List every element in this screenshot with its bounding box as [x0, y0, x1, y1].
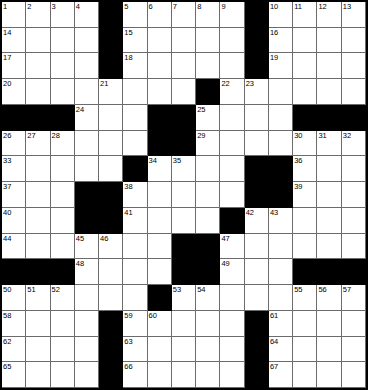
clue-number-36: 36	[294, 156, 302, 165]
cell-r8c2[interactable]	[26, 182, 50, 208]
cell-r9c2[interactable]	[26, 208, 50, 234]
clue-number-44: 44	[3, 234, 11, 243]
cell-r12c5[interactable]	[99, 285, 123, 311]
cell-r2c13[interactable]	[293, 28, 317, 54]
clue-number-56: 56	[318, 285, 326, 294]
cell-r15c15[interactable]	[342, 362, 366, 388]
cell-r2c6[interactable]: 15	[123, 28, 147, 54]
cell-r7c7[interactable]: 34	[148, 156, 172, 182]
cell-r9c1[interactable]: 40	[2, 208, 26, 234]
cell-r12c6[interactable]	[123, 285, 147, 311]
cell-r1c13[interactable]: 11	[293, 2, 317, 28]
cell-r6c4[interactable]	[75, 131, 99, 157]
clue-number-13: 13	[343, 2, 351, 11]
black-cell-r11c1	[2, 259, 26, 285]
cell-r15c13[interactable]	[293, 362, 317, 388]
clue-number-65: 65	[3, 362, 11, 371]
cell-r1c7[interactable]: 6	[148, 2, 172, 28]
clue-number-11: 11	[294, 2, 302, 11]
crossword-grid: 1234567891011121314151617181920212223242…	[0, 0, 368, 390]
black-cell-r10c9	[196, 234, 220, 260]
black-cell-r14c11	[245, 337, 269, 363]
clue-number-20: 20	[3, 79, 11, 88]
clue-number-19: 19	[270, 53, 278, 62]
cell-r11c4[interactable]: 48	[75, 259, 99, 285]
black-cell-r11c15	[342, 259, 366, 285]
cell-r4c7[interactable]	[148, 79, 172, 105]
cell-r5c5[interactable]	[99, 105, 123, 131]
cell-r4c15[interactable]	[342, 79, 366, 105]
cell-r1c12[interactable]: 10	[269, 2, 293, 28]
clue-number-47: 47	[221, 234, 229, 243]
clue-number-43: 43	[270, 208, 278, 217]
clue-number-46: 46	[100, 234, 108, 243]
cell-r3c8[interactable]	[172, 53, 196, 79]
cell-r4c5[interactable]: 21	[99, 79, 123, 105]
cell-r10c6[interactable]	[123, 234, 147, 260]
cell-r14c6[interactable]: 63	[123, 337, 147, 363]
clue-number-58: 58	[3, 311, 11, 320]
black-cell-r11c14	[317, 259, 341, 285]
black-cell-r15c5	[99, 362, 123, 388]
clue-number-55: 55	[294, 285, 302, 294]
cell-r1c6[interactable]: 5	[123, 2, 147, 28]
cell-r3c14[interactable]	[317, 53, 341, 79]
cell-r9c15[interactable]	[342, 208, 366, 234]
cell-r13c6[interactable]: 59	[123, 311, 147, 337]
cell-r11c10[interactable]: 49	[220, 259, 244, 285]
cell-r12c14[interactable]: 56	[317, 285, 341, 311]
cell-r3c12[interactable]: 19	[269, 53, 293, 79]
black-cell-r7c11	[245, 156, 269, 182]
crossword-puzzle: 1234567891011121314151617181920212223242…	[0, 0, 368, 390]
cell-r10c1[interactable]: 44	[2, 234, 26, 260]
cell-r10c5[interactable]: 46	[99, 234, 123, 260]
cell-r4c6[interactable]	[123, 79, 147, 105]
cell-r12c12[interactable]	[269, 285, 293, 311]
cell-r4c11[interactable]: 23	[245, 79, 269, 105]
cell-r12c1[interactable]: 50	[2, 285, 26, 311]
cell-r5c9[interactable]: 25	[196, 105, 220, 131]
clue-number-5: 5	[124, 2, 128, 11]
cell-r7c13[interactable]: 36	[293, 156, 317, 182]
cell-r15c3[interactable]	[51, 362, 75, 388]
clue-number-62: 62	[3, 337, 11, 346]
cell-r12c11[interactable]	[245, 285, 269, 311]
cell-r1c8[interactable]: 7	[172, 2, 196, 28]
cell-r8c15[interactable]	[342, 182, 366, 208]
cell-r5c4[interactable]: 24	[75, 105, 99, 131]
clue-number-34: 34	[149, 156, 157, 165]
cell-r14c12[interactable]: 64	[269, 337, 293, 363]
black-cell-r9c5	[99, 208, 123, 234]
clue-number-7: 7	[173, 2, 177, 11]
cell-r11c11[interactable]	[245, 259, 269, 285]
clue-number-18: 18	[124, 53, 132, 62]
cell-r3c7[interactable]	[148, 53, 172, 79]
black-cell-r3c11	[245, 53, 269, 79]
clue-number-51: 51	[27, 285, 35, 294]
clue-number-64: 64	[270, 337, 278, 346]
cell-r8c6[interactable]: 38	[123, 182, 147, 208]
black-cell-r2c5	[99, 28, 123, 54]
cell-r7c3[interactable]	[51, 156, 75, 182]
black-cell-r7c6	[123, 156, 147, 182]
cell-r10c2[interactable]	[26, 234, 50, 260]
black-cell-r8c5	[99, 182, 123, 208]
cell-r8c8[interactable]	[172, 182, 196, 208]
cell-r14c10[interactable]	[220, 337, 244, 363]
clue-number-30: 30	[294, 131, 302, 140]
black-cell-r5c14	[317, 105, 341, 131]
cell-r12c10[interactable]	[220, 285, 244, 311]
clue-number-53: 53	[173, 285, 181, 294]
clue-number-29: 29	[197, 131, 205, 140]
clue-number-3: 3	[52, 2, 56, 11]
black-cell-r9c4	[75, 208, 99, 234]
black-cell-r5c13	[293, 105, 317, 131]
cell-r13c15[interactable]	[342, 311, 366, 337]
cell-r14c15[interactable]	[342, 337, 366, 363]
cell-r15c1[interactable]: 65	[2, 362, 26, 388]
cell-r13c1[interactable]: 58	[2, 311, 26, 337]
cell-r10c12[interactable]	[269, 234, 293, 260]
cell-r8c7[interactable]	[148, 182, 172, 208]
clue-number-39: 39	[294, 182, 302, 191]
cell-r10c7[interactable]	[148, 234, 172, 260]
cell-r9c11[interactable]: 42	[245, 208, 269, 234]
black-cell-r11c2	[26, 259, 50, 285]
black-cell-r6c7	[148, 131, 172, 157]
clue-number-28: 28	[52, 131, 60, 140]
cell-r12c13[interactable]: 55	[293, 285, 317, 311]
clue-number-42: 42	[246, 208, 254, 217]
black-cell-r7c12	[269, 156, 293, 182]
cell-r1c10[interactable]: 9	[220, 2, 244, 28]
cell-r7c14[interactable]	[317, 156, 341, 182]
cell-r15c4[interactable]	[75, 362, 99, 388]
cell-r4c12[interactable]	[269, 79, 293, 105]
cell-r12c4[interactable]	[75, 285, 99, 311]
clue-number-10: 10	[270, 2, 278, 11]
clue-number-61: 61	[270, 311, 278, 320]
cell-r13c9[interactable]	[196, 311, 220, 337]
cell-r15c8[interactable]	[172, 362, 196, 388]
clue-number-37: 37	[3, 182, 11, 191]
cell-r12c9[interactable]: 54	[196, 285, 220, 311]
clue-number-63: 63	[124, 337, 132, 346]
cell-r8c13[interactable]: 39	[293, 182, 317, 208]
black-cell-r13c11	[245, 311, 269, 337]
cell-r6c11[interactable]	[245, 131, 269, 157]
black-cell-r3c5	[99, 53, 123, 79]
clue-number-31: 31	[318, 131, 326, 140]
cell-r10c15[interactable]	[342, 234, 366, 260]
clue-number-57: 57	[343, 285, 351, 294]
clue-number-48: 48	[76, 259, 84, 268]
clue-number-33: 33	[3, 156, 11, 165]
cell-r9c6[interactable]: 41	[123, 208, 147, 234]
cell-r2c8[interactable]	[172, 28, 196, 54]
clue-number-59: 59	[124, 311, 132, 320]
clue-number-52: 52	[52, 285, 60, 294]
clue-number-21: 21	[100, 79, 108, 88]
clue-number-40: 40	[3, 208, 11, 217]
cell-r3c13[interactable]	[293, 53, 317, 79]
cell-r7c8[interactable]: 35	[172, 156, 196, 182]
clue-number-60: 60	[149, 311, 157, 320]
cell-r13c12[interactable]: 61	[269, 311, 293, 337]
cell-r12c15[interactable]: 57	[342, 285, 366, 311]
clue-number-41: 41	[124, 208, 132, 217]
cell-r14c3[interactable]	[51, 337, 75, 363]
cell-r2c9[interactable]	[196, 28, 220, 54]
cell-r1c9[interactable]: 8	[196, 2, 220, 28]
cell-r10c14[interactable]	[317, 234, 341, 260]
black-cell-r10c8	[172, 234, 196, 260]
cell-r7c4[interactable]	[75, 156, 99, 182]
clue-number-15: 15	[124, 28, 132, 37]
black-cell-r11c3	[51, 259, 75, 285]
cell-r6c1[interactable]: 26	[2, 131, 26, 157]
cell-r13c14[interactable]	[317, 311, 341, 337]
cell-r14c7[interactable]	[148, 337, 172, 363]
clue-number-49: 49	[221, 259, 229, 268]
cell-r3c3[interactable]	[51, 53, 75, 79]
black-cell-r11c13	[293, 259, 317, 285]
cell-r7c10[interactable]	[220, 156, 244, 182]
clue-number-32: 32	[343, 131, 351, 140]
cell-r9c8[interactable]	[172, 208, 196, 234]
clue-number-14: 14	[3, 28, 11, 37]
black-cell-r5c1	[2, 105, 26, 131]
cell-r1c15[interactable]: 13	[342, 2, 366, 28]
cell-r2c10[interactable]	[220, 28, 244, 54]
black-cell-r8c4	[75, 182, 99, 208]
cell-r6c9[interactable]: 29	[196, 131, 220, 157]
cell-r15c9[interactable]	[196, 362, 220, 388]
black-cell-r6c8	[172, 131, 196, 157]
cell-r15c14[interactable]	[317, 362, 341, 388]
cell-r13c7[interactable]: 60	[148, 311, 172, 337]
cell-r3c15[interactable]	[342, 53, 366, 79]
cell-r7c1[interactable]: 33	[2, 156, 26, 182]
black-cell-r5c3	[51, 105, 75, 131]
cell-r13c13[interactable]	[293, 311, 317, 337]
cell-r4c8[interactable]	[172, 79, 196, 105]
cell-r2c12[interactable]: 16	[269, 28, 293, 54]
cell-r9c13[interactable]	[293, 208, 317, 234]
black-cell-r2c11	[245, 28, 269, 54]
cell-r7c15[interactable]	[342, 156, 366, 182]
clue-number-1: 1	[3, 2, 7, 11]
cell-r1c3[interactable]: 3	[51, 2, 75, 28]
cell-r1c2[interactable]: 2	[26, 2, 50, 28]
cell-r12c3[interactable]: 52	[51, 285, 75, 311]
cell-r4c2[interactable]	[26, 79, 50, 105]
black-cell-r5c2	[26, 105, 50, 131]
clue-number-9: 9	[221, 2, 225, 11]
cell-r13c8[interactable]	[172, 311, 196, 337]
clue-number-66: 66	[124, 362, 132, 371]
black-cell-r14c5	[99, 337, 123, 363]
cell-r14c2[interactable]	[26, 337, 50, 363]
black-cell-r4c9	[196, 79, 220, 105]
cell-r9c7[interactable]	[148, 208, 172, 234]
black-cell-r5c7	[148, 105, 172, 131]
cell-r7c2[interactable]	[26, 156, 50, 182]
cell-r3c6[interactable]: 18	[123, 53, 147, 79]
cell-r2c2[interactable]	[26, 28, 50, 54]
cell-r11c5[interactable]	[99, 259, 123, 285]
cell-r7c9[interactable]	[196, 156, 220, 182]
clue-number-35: 35	[173, 156, 181, 165]
cell-r3c4[interactable]	[75, 53, 99, 79]
cell-r10c11[interactable]	[245, 234, 269, 260]
black-cell-r1c5	[99, 2, 123, 28]
cell-r10c3[interactable]	[51, 234, 75, 260]
clue-number-6: 6	[149, 2, 153, 11]
cell-r6c13[interactable]: 30	[293, 131, 317, 157]
cell-r1c1[interactable]: 1	[2, 2, 26, 28]
cell-r1c4[interactable]: 4	[75, 2, 99, 28]
cell-r6c15[interactable]: 32	[342, 131, 366, 157]
clue-number-17: 17	[3, 53, 11, 62]
clue-number-8: 8	[197, 2, 201, 11]
cell-r4c14[interactable]	[317, 79, 341, 105]
cell-r5c10[interactable]	[220, 105, 244, 131]
cell-r9c3[interactable]	[51, 208, 75, 234]
cell-r4c13[interactable]	[293, 79, 317, 105]
black-cell-r1c11	[245, 2, 269, 28]
cell-r13c4[interactable]	[75, 311, 99, 337]
cell-r14c13[interactable]	[293, 337, 317, 363]
clue-number-24: 24	[76, 105, 84, 114]
cell-r3c10[interactable]	[220, 53, 244, 79]
clue-number-45: 45	[76, 234, 84, 243]
cell-r8c3[interactable]	[51, 182, 75, 208]
cell-r15c6[interactable]: 66	[123, 362, 147, 388]
black-cell-r13c5	[99, 311, 123, 337]
cell-r14c8[interactable]	[172, 337, 196, 363]
cell-r15c12[interactable]: 67	[269, 362, 293, 388]
cell-r9c14[interactable]	[317, 208, 341, 234]
cell-r9c9[interactable]	[196, 208, 220, 234]
clue-number-22: 22	[221, 79, 229, 88]
cell-r12c2[interactable]: 51	[26, 285, 50, 311]
clue-number-16: 16	[270, 28, 278, 37]
cell-r14c14[interactable]	[317, 337, 341, 363]
clue-number-67: 67	[270, 362, 278, 371]
cell-r2c3[interactable]	[51, 28, 75, 54]
black-cell-r5c15	[342, 105, 366, 131]
clue-number-4: 4	[76, 2, 80, 11]
cell-r6c3[interactable]: 28	[51, 131, 75, 157]
clue-number-54: 54	[197, 285, 205, 294]
clue-number-38: 38	[124, 182, 132, 191]
clue-number-12: 12	[318, 2, 326, 11]
cell-r11c6[interactable]	[123, 259, 147, 285]
clue-number-25: 25	[197, 105, 205, 114]
cell-r8c9[interactable]	[196, 182, 220, 208]
clue-number-26: 26	[3, 131, 11, 140]
cell-r6c12[interactable]	[269, 131, 293, 157]
cell-r2c1[interactable]: 14	[2, 28, 26, 54]
black-cell-r5c8	[172, 105, 196, 131]
black-cell-r11c9	[196, 259, 220, 285]
cell-r11c12[interactable]	[269, 259, 293, 285]
black-cell-r12c7	[148, 285, 172, 311]
cell-r13c10[interactable]	[220, 311, 244, 337]
cell-r6c5[interactable]	[99, 131, 123, 157]
clue-number-27: 27	[27, 131, 35, 140]
black-cell-r11c8	[172, 259, 196, 285]
cell-r10c13[interactable]	[293, 234, 317, 260]
cell-r6c14[interactable]: 31	[317, 131, 341, 157]
cell-r4c1[interactable]: 20	[2, 79, 26, 105]
clue-number-2: 2	[27, 2, 31, 11]
cell-r7c5[interactable]	[99, 156, 123, 182]
cell-r15c2[interactable]	[26, 362, 50, 388]
cell-r4c4[interactable]	[75, 79, 99, 105]
cell-r15c7[interactable]	[148, 362, 172, 388]
cell-r15c10[interactable]	[220, 362, 244, 388]
cell-r3c1[interactable]: 17	[2, 53, 26, 79]
cell-r5c6[interactable]	[123, 105, 147, 131]
cell-r10c10[interactable]: 47	[220, 234, 244, 260]
cell-r9c12[interactable]: 43	[269, 208, 293, 234]
cell-r6c6[interactable]	[123, 131, 147, 157]
cell-r6c10[interactable]	[220, 131, 244, 157]
clue-number-50: 50	[3, 285, 11, 294]
cell-r5c11[interactable]	[245, 105, 269, 131]
cell-r4c3[interactable]	[51, 79, 75, 105]
cell-r14c9[interactable]	[196, 337, 220, 363]
black-cell-r15c11	[245, 362, 269, 388]
clue-number-23: 23	[246, 79, 254, 88]
cell-r3c2[interactable]	[26, 53, 50, 79]
cell-r1c14[interactable]: 12	[317, 2, 341, 28]
cell-r13c3[interactable]	[51, 311, 75, 337]
cell-r2c15[interactable]	[342, 28, 366, 54]
cell-r2c7[interactable]	[148, 28, 172, 54]
cell-r14c1[interactable]: 62	[2, 337, 26, 363]
cell-r4c10[interactable]: 22	[220, 79, 244, 105]
cell-r13c2[interactable]	[26, 311, 50, 337]
cell-r2c14[interactable]	[317, 28, 341, 54]
cell-r8c14[interactable]	[317, 182, 341, 208]
cell-r6c2[interactable]: 27	[26, 131, 50, 157]
cell-r12c8[interactable]: 53	[172, 285, 196, 311]
cell-r14c4[interactable]	[75, 337, 99, 363]
black-cell-r8c11	[245, 182, 269, 208]
cell-r2c4[interactable]	[75, 28, 99, 54]
cell-r11c7[interactable]	[148, 259, 172, 285]
black-cell-r9c10	[220, 208, 244, 234]
cell-r3c9[interactable]	[196, 53, 220, 79]
cell-r5c12[interactable]	[269, 105, 293, 131]
cell-r8c1[interactable]: 37	[2, 182, 26, 208]
cell-r8c10[interactable]	[220, 182, 244, 208]
cell-r10c4[interactable]: 45	[75, 234, 99, 260]
black-cell-r8c12	[269, 182, 293, 208]
